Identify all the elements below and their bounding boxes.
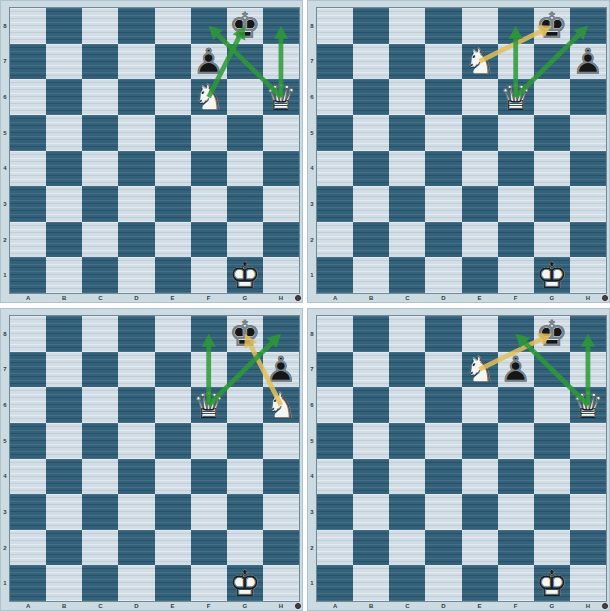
black-king-g8[interactable]: ♚♔ — [534, 8, 570, 44]
square-b6[interactable] — [46, 387, 82, 423]
square-c7[interactable] — [389, 44, 425, 80]
square-c7[interactable] — [82, 352, 118, 388]
square-a2[interactable] — [10, 530, 46, 566]
square-a5[interactable] — [317, 423, 353, 459]
square-a3[interactable] — [10, 186, 46, 222]
square-h4[interactable] — [570, 151, 606, 187]
square-d7[interactable] — [425, 44, 461, 80]
square-c4[interactable] — [389, 151, 425, 187]
file-label-a: A — [10, 293, 46, 303]
square-a6[interactable] — [317, 79, 353, 115]
square-e4[interactable] — [462, 151, 498, 187]
square-c4[interactable] — [82, 151, 118, 187]
square-b3[interactable] — [353, 494, 389, 530]
square-e4[interactable] — [155, 151, 191, 187]
file-label-h: H — [263, 601, 299, 611]
square-c8[interactable] — [82, 8, 118, 44]
square-h6[interactable]: ♞♘ — [263, 387, 299, 423]
square-f8[interactable] — [191, 316, 227, 352]
black-pawn-f7[interactable]: ♟♙ — [191, 44, 227, 80]
square-g2[interactable] — [534, 530, 570, 566]
square-e8[interactable] — [462, 316, 498, 352]
square-h2[interactable] — [570, 530, 606, 566]
black-king-g8[interactable]: ♚♔ — [227, 8, 263, 44]
square-h7[interactable] — [263, 44, 299, 80]
square-c8[interactable] — [389, 8, 425, 44]
square-h6[interactable]: ♛♕ — [570, 387, 606, 423]
square-g6[interactable] — [534, 79, 570, 115]
square-c4[interactable] — [389, 459, 425, 495]
square-g5[interactable] — [534, 115, 570, 151]
square-b1[interactable] — [353, 257, 389, 293]
square-d3[interactable] — [118, 494, 154, 530]
square-a2[interactable] — [317, 222, 353, 258]
square-b1[interactable] — [46, 257, 82, 293]
square-g8[interactable]: ♚♔ — [534, 316, 570, 352]
square-d2[interactable] — [118, 222, 154, 258]
rank-label-8: 8 — [307, 8, 317, 44]
square-c1[interactable] — [389, 565, 425, 601]
square-h4[interactable] — [570, 459, 606, 495]
square-f2[interactable] — [191, 530, 227, 566]
square-g3[interactable] — [534, 494, 570, 530]
black-pawn-h7[interactable]: ♟♙ — [570, 44, 606, 80]
square-b8[interactable] — [46, 8, 82, 44]
rank-label-2: 2 — [307, 222, 317, 258]
square-e4[interactable] — [462, 459, 498, 495]
square-g5[interactable] — [227, 115, 263, 151]
square-d6[interactable] — [118, 79, 154, 115]
square-g6[interactable] — [534, 387, 570, 423]
square-f5[interactable] — [498, 115, 534, 151]
piece-outline: ♔ — [534, 257, 570, 293]
square-c5[interactable] — [82, 115, 118, 151]
square-d4[interactable] — [425, 459, 461, 495]
square-h6[interactable]: ♛♕ — [263, 79, 299, 115]
square-e5[interactable] — [155, 115, 191, 151]
square-h8[interactable] — [263, 8, 299, 44]
square-h4[interactable] — [263, 459, 299, 495]
square-c8[interactable] — [389, 316, 425, 352]
white-queen-f6[interactable]: ♛♕ — [498, 79, 534, 115]
white-queen-f6[interactable]: ♛♕ — [191, 387, 227, 423]
square-b3[interactable] — [46, 494, 82, 530]
square-b6[interactable] — [353, 387, 389, 423]
square-b2[interactable] — [46, 222, 82, 258]
square-f2[interactable] — [498, 530, 534, 566]
square-f2[interactable] — [498, 222, 534, 258]
square-d4[interactable] — [118, 459, 154, 495]
square-a8[interactable] — [10, 8, 46, 44]
square-h5[interactable] — [263, 423, 299, 459]
square-d4[interactable] — [425, 151, 461, 187]
square-e6[interactable] — [155, 79, 191, 115]
square-f4[interactable] — [498, 151, 534, 187]
square-a3[interactable] — [317, 494, 353, 530]
square-d6[interactable] — [425, 79, 461, 115]
square-e8[interactable] — [462, 8, 498, 44]
square-b4[interactable] — [46, 151, 82, 187]
square-e1[interactable] — [462, 257, 498, 293]
square-g1[interactable]: ♚♔ — [534, 257, 570, 293]
square-h5[interactable] — [263, 115, 299, 151]
square-a1[interactable] — [317, 565, 353, 601]
square-g3[interactable] — [534, 186, 570, 222]
square-f1[interactable] — [191, 257, 227, 293]
square-h3[interactable] — [263, 186, 299, 222]
square-f1[interactable] — [498, 565, 534, 601]
square-a6[interactable] — [10, 79, 46, 115]
rank-label-6: 6 — [307, 387, 317, 423]
square-f1[interactable] — [498, 257, 534, 293]
square-c8[interactable] — [82, 316, 118, 352]
square-b5[interactable] — [353, 115, 389, 151]
square-b8[interactable] — [353, 8, 389, 44]
square-f7[interactable] — [191, 352, 227, 388]
square-h5[interactable] — [570, 115, 606, 151]
chessboard-bottom-right: ♚♔♞♘♟♙♛♕♚♔87654321ABCDEFGH — [307, 308, 610, 611]
square-b5[interactable] — [46, 423, 82, 459]
black-king-g8[interactable]: ♚♔ — [227, 316, 263, 352]
square-c3[interactable] — [389, 186, 425, 222]
square-d3[interactable] — [425, 186, 461, 222]
square-f5[interactable] — [191, 423, 227, 459]
square-g4[interactable] — [227, 459, 263, 495]
white-king-g1[interactable]: ♚♔ — [534, 257, 570, 293]
square-e3[interactable] — [155, 494, 191, 530]
square-c6[interactable] — [389, 79, 425, 115]
black-pawn-f7[interactable]: ♟♙ — [498, 352, 534, 388]
square-h7[interactable] — [570, 352, 606, 388]
square-a5[interactable] — [10, 423, 46, 459]
square-e5[interactable] — [155, 423, 191, 459]
square-h7[interactable]: ♟♙ — [263, 352, 299, 388]
square-c5[interactable] — [389, 423, 425, 459]
square-b8[interactable] — [46, 316, 82, 352]
square-h1[interactable] — [570, 257, 606, 293]
square-f7[interactable]: ♟♙ — [191, 44, 227, 80]
square-d5[interactable] — [425, 423, 461, 459]
square-a8[interactable] — [317, 316, 353, 352]
square-a3[interactable] — [317, 186, 353, 222]
square-a5[interactable] — [10, 115, 46, 151]
piece-outline: ♔ — [227, 316, 263, 352]
square-d2[interactable] — [425, 222, 461, 258]
square-a4[interactable] — [317, 459, 353, 495]
square-d8[interactable] — [118, 8, 154, 44]
square-h4[interactable] — [263, 151, 299, 187]
square-h8[interactable] — [570, 316, 606, 352]
black-king-g8[interactable]: ♚♔ — [534, 316, 570, 352]
square-a8[interactable] — [10, 316, 46, 352]
square-a2[interactable] — [317, 530, 353, 566]
square-a7[interactable] — [10, 44, 46, 80]
square-f4[interactable] — [191, 151, 227, 187]
square-h3[interactable] — [570, 186, 606, 222]
white-king-g1[interactable]: ♚♔ — [227, 565, 263, 601]
square-e6[interactable] — [155, 387, 191, 423]
square-g1[interactable]: ♚♔ — [227, 257, 263, 293]
square-e8[interactable] — [155, 8, 191, 44]
square-c1[interactable] — [389, 257, 425, 293]
square-a4[interactable] — [317, 151, 353, 187]
square-d5[interactable] — [425, 115, 461, 151]
square-a1[interactable] — [10, 257, 46, 293]
square-f3[interactable] — [191, 186, 227, 222]
square-g4[interactable] — [534, 459, 570, 495]
square-c3[interactable] — [82, 494, 118, 530]
square-d3[interactable] — [425, 494, 461, 530]
square-c3[interactable] — [82, 186, 118, 222]
rank-label-8: 8 — [0, 8, 10, 44]
square-e2[interactable] — [155, 530, 191, 566]
square-g7[interactable] — [227, 44, 263, 80]
square-f6[interactable]: ♛♕ — [498, 79, 534, 115]
square-b7[interactable] — [353, 352, 389, 388]
square-b8[interactable] — [353, 316, 389, 352]
square-a1[interactable] — [10, 565, 46, 601]
white-knight-e7[interactable]: ♞♘ — [462, 352, 498, 388]
square-g2[interactable] — [227, 222, 263, 258]
square-g5[interactable] — [227, 423, 263, 459]
square-c6[interactable] — [82, 79, 118, 115]
square-a7[interactable] — [10, 352, 46, 388]
square-e7[interactable] — [155, 44, 191, 80]
square-h6[interactable] — [570, 79, 606, 115]
file-label-b: B — [46, 293, 82, 303]
square-d4[interactable] — [118, 151, 154, 187]
square-g4[interactable] — [227, 151, 263, 187]
square-c1[interactable] — [82, 565, 118, 601]
square-f6[interactable]: ♛♕ — [191, 387, 227, 423]
square-f8[interactable] — [498, 8, 534, 44]
square-a2[interactable] — [10, 222, 46, 258]
chess-puzzle-grid: ♚♔♟♙♞♘♛♕♚♔87654321ABCDEFGH♚♔♞♘♟♙♛♕♚♔8765… — [0, 0, 610, 611]
rank-label-7: 7 — [307, 44, 317, 80]
square-f3[interactable] — [191, 494, 227, 530]
square-c4[interactable] — [82, 459, 118, 495]
square-f5[interactable] — [498, 423, 534, 459]
square-e2[interactable] — [155, 222, 191, 258]
square-b6[interactable] — [46, 79, 82, 115]
square-d1[interactable] — [425, 565, 461, 601]
square-h3[interactable] — [263, 494, 299, 530]
square-g8[interactable]: ♚♔ — [227, 316, 263, 352]
square-c5[interactable] — [82, 423, 118, 459]
white-knight-h6[interactable]: ♞♘ — [263, 387, 299, 423]
square-a6[interactable] — [317, 387, 353, 423]
square-d8[interactable] — [118, 316, 154, 352]
piece-outline: ♔ — [534, 8, 570, 44]
square-g7[interactable] — [534, 44, 570, 80]
square-a3[interactable] — [10, 494, 46, 530]
square-b4[interactable] — [353, 459, 389, 495]
square-c2[interactable] — [82, 530, 118, 566]
square-b5[interactable] — [46, 115, 82, 151]
square-b4[interactable] — [353, 151, 389, 187]
square-d5[interactable] — [118, 115, 154, 151]
square-g3[interactable] — [227, 494, 263, 530]
square-d1[interactable] — [425, 257, 461, 293]
square-e1[interactable] — [155, 565, 191, 601]
square-a5[interactable] — [317, 115, 353, 151]
square-d6[interactable] — [118, 387, 154, 423]
square-g6[interactable] — [227, 79, 263, 115]
square-g7[interactable] — [227, 352, 263, 388]
square-h2[interactable] — [570, 222, 606, 258]
square-h1[interactable] — [263, 565, 299, 601]
square-g7[interactable] — [534, 352, 570, 388]
file-label-a: A — [10, 601, 46, 611]
square-f6[interactable] — [498, 387, 534, 423]
square-a7[interactable] — [317, 44, 353, 80]
square-h3[interactable] — [570, 494, 606, 530]
square-e7[interactable] — [155, 352, 191, 388]
square-c6[interactable] — [82, 387, 118, 423]
square-a8[interactable] — [317, 8, 353, 44]
square-f8[interactable] — [191, 8, 227, 44]
square-g2[interactable] — [534, 222, 570, 258]
square-d1[interactable] — [118, 257, 154, 293]
square-f4[interactable] — [498, 459, 534, 495]
white-king-g1[interactable]: ♚♔ — [227, 257, 263, 293]
square-h8[interactable] — [263, 316, 299, 352]
chessboard-top-left: ♚♔♟♙♞♘♛♕♚♔87654321ABCDEFGH — [0, 0, 303, 303]
square-a1[interactable] — [317, 257, 353, 293]
square-e6[interactable] — [462, 387, 498, 423]
square-d2[interactable] — [425, 530, 461, 566]
square-e7[interactable]: ♞♘ — [462, 352, 498, 388]
piece-outline: ♕ — [570, 387, 606, 423]
square-g1[interactable]: ♚♔ — [534, 565, 570, 601]
file-label-g: G — [227, 601, 263, 611]
square-d5[interactable] — [118, 423, 154, 459]
square-d8[interactable] — [425, 8, 461, 44]
square-e2[interactable] — [462, 222, 498, 258]
square-h7[interactable]: ♟♙ — [570, 44, 606, 80]
square-a4[interactable] — [10, 459, 46, 495]
square-c7[interactable] — [82, 44, 118, 80]
square-g4[interactable] — [534, 151, 570, 187]
square-c1[interactable] — [82, 257, 118, 293]
square-c2[interactable] — [82, 222, 118, 258]
move-indicator-dot — [602, 295, 608, 301]
square-g2[interactable] — [227, 530, 263, 566]
square-d8[interactable] — [425, 316, 461, 352]
square-f5[interactable] — [191, 115, 227, 151]
square-b2[interactable] — [353, 530, 389, 566]
square-c7[interactable] — [389, 352, 425, 388]
square-f3[interactable] — [498, 494, 534, 530]
square-e3[interactable] — [462, 186, 498, 222]
square-h2[interactable] — [263, 530, 299, 566]
square-b4[interactable] — [46, 459, 82, 495]
square-e3[interactable] — [155, 186, 191, 222]
file-label-e: E — [462, 293, 498, 303]
square-e5[interactable] — [462, 423, 498, 459]
square-h8[interactable] — [570, 8, 606, 44]
square-c2[interactable] — [389, 222, 425, 258]
square-b1[interactable] — [46, 565, 82, 601]
square-d6[interactable] — [425, 387, 461, 423]
square-g8[interactable]: ♚♔ — [227, 8, 263, 44]
square-f7[interactable] — [498, 44, 534, 80]
square-f7[interactable]: ♟♙ — [498, 352, 534, 388]
square-d3[interactable] — [118, 186, 154, 222]
square-g5[interactable] — [534, 423, 570, 459]
square-f3[interactable] — [498, 186, 534, 222]
square-c5[interactable] — [389, 115, 425, 151]
square-h1[interactable] — [570, 565, 606, 601]
square-b3[interactable] — [353, 186, 389, 222]
square-b2[interactable] — [46, 530, 82, 566]
square-a4[interactable] — [10, 151, 46, 187]
square-e8[interactable] — [155, 316, 191, 352]
rank-label-2: 2 — [0, 530, 10, 566]
square-a6[interactable] — [10, 387, 46, 423]
square-f1[interactable] — [191, 565, 227, 601]
square-b7[interactable] — [353, 44, 389, 80]
square-d7[interactable] — [118, 352, 154, 388]
white-knight-f6[interactable]: ♞♘ — [191, 79, 227, 115]
square-c6[interactable] — [389, 387, 425, 423]
square-c3[interactable] — [389, 494, 425, 530]
square-g3[interactable] — [227, 186, 263, 222]
square-d2[interactable] — [118, 530, 154, 566]
square-f6[interactable]: ♞♘ — [191, 79, 227, 115]
rank-label-3: 3 — [307, 186, 317, 222]
square-e2[interactable] — [462, 530, 498, 566]
white-queen-h6[interactable]: ♛♕ — [263, 79, 299, 115]
square-b1[interactable] — [353, 565, 389, 601]
square-b2[interactable] — [353, 222, 389, 258]
square-a7[interactable] — [317, 352, 353, 388]
square-b7[interactable] — [46, 44, 82, 80]
white-knight-e7[interactable]: ♞♘ — [462, 44, 498, 80]
square-d1[interactable] — [118, 565, 154, 601]
square-g6[interactable] — [227, 387, 263, 423]
white-king-g1[interactable]: ♚♔ — [534, 565, 570, 601]
square-f2[interactable] — [191, 222, 227, 258]
white-queen-h6[interactable]: ♛♕ — [570, 387, 606, 423]
square-b6[interactable] — [353, 79, 389, 115]
square-f8[interactable] — [498, 316, 534, 352]
square-d7[interactable] — [118, 44, 154, 80]
square-e1[interactable] — [155, 257, 191, 293]
square-h1[interactable] — [263, 257, 299, 293]
square-h2[interactable] — [263, 222, 299, 258]
file-label-e: E — [155, 601, 191, 611]
square-b3[interactable] — [46, 186, 82, 222]
square-g8[interactable]: ♚♔ — [534, 8, 570, 44]
black-pawn-h7[interactable]: ♟♙ — [263, 352, 299, 388]
square-e6[interactable] — [462, 79, 498, 115]
square-e1[interactable] — [462, 565, 498, 601]
piece-outline: ♔ — [534, 316, 570, 352]
square-e4[interactable] — [155, 459, 191, 495]
rank-label-6: 6 — [0, 79, 10, 115]
square-h5[interactable] — [570, 423, 606, 459]
square-e7[interactable]: ♞♘ — [462, 44, 498, 80]
square-d7[interactable] — [425, 352, 461, 388]
square-e5[interactable] — [462, 115, 498, 151]
square-c2[interactable] — [389, 530, 425, 566]
square-f4[interactable] — [191, 459, 227, 495]
square-e3[interactable] — [462, 494, 498, 530]
square-b7[interactable] — [46, 352, 82, 388]
square-g1[interactable]: ♚♔ — [227, 565, 263, 601]
square-b5[interactable] — [353, 423, 389, 459]
